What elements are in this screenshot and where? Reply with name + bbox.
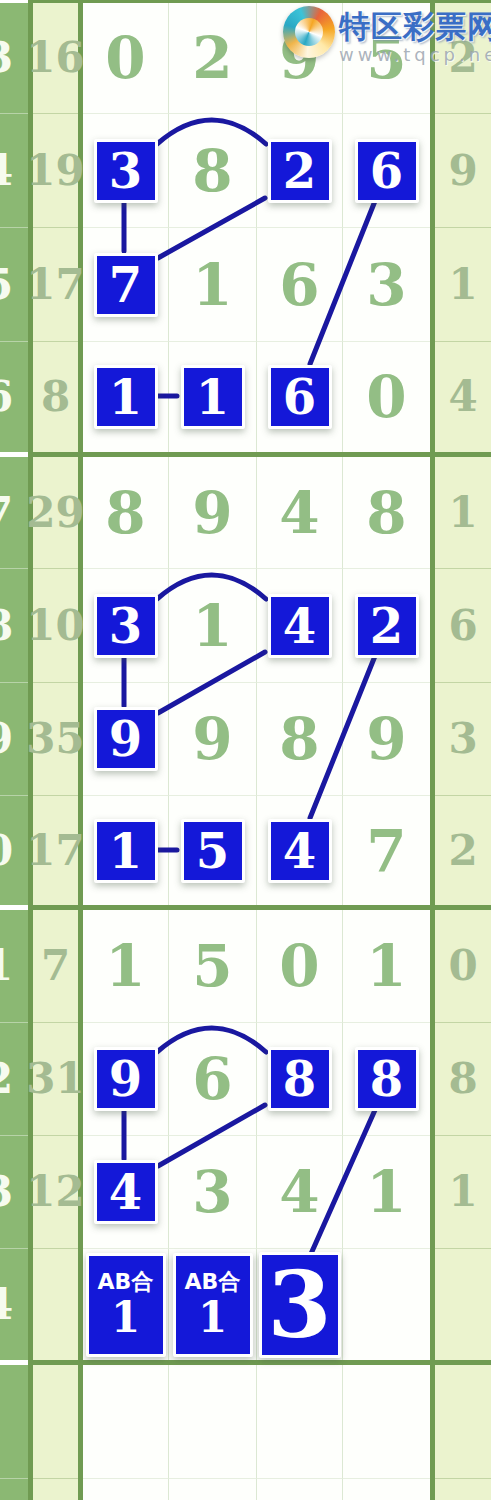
number-cell: 6 bbox=[256, 341, 342, 452]
site-url: www.tqcp.net bbox=[339, 44, 491, 65]
ab-sum-cell: AB合 1 bbox=[83, 1248, 168, 1360]
issue-cell: 3 bbox=[0, 3, 28, 113]
issue-cell: 8 bbox=[0, 568, 28, 682]
highlight-box: 1 bbox=[94, 819, 158, 883]
number-cell: 2 bbox=[256, 113, 342, 227]
number-cell: 6 bbox=[256, 227, 342, 341]
highlight-box: 9 bbox=[94, 1047, 158, 1111]
number-cell: 3 bbox=[342, 227, 430, 341]
ab-sum-cell: AB合 1 bbox=[168, 1248, 256, 1360]
stat-cell: 1 bbox=[435, 1135, 491, 1248]
issue-cell: 4 bbox=[0, 1248, 28, 1360]
ab-sum-box: AB合 1 bbox=[86, 1253, 166, 1357]
number-cell bbox=[342, 1248, 430, 1360]
number-cell: 8 bbox=[256, 682, 342, 795]
number-cell: 1 bbox=[168, 341, 256, 452]
highlight-box: 3 bbox=[259, 1252, 341, 1358]
number-cell: 9 bbox=[342, 682, 430, 795]
issue-cell: 6 bbox=[0, 341, 28, 452]
omission-cell: 17 bbox=[33, 795, 78, 905]
highlight-box: 4 bbox=[94, 1160, 158, 1224]
issue-fragment: 3 bbox=[0, 37, 13, 79]
number-cell bbox=[83, 1365, 168, 1478]
lottery-trend-chart: 3 16 0 2 9 5 2 4 19 3 8 2 6 9 5 17 7 1 6… bbox=[0, 0, 491, 1500]
highlight-box: 3 bbox=[94, 139, 158, 203]
number-cell: 6 bbox=[342, 113, 430, 227]
number-cell: 0 bbox=[256, 910, 342, 1022]
number-cell: 1 bbox=[83, 910, 168, 1022]
number-cell: 1 bbox=[342, 1135, 430, 1248]
swirl-logo-icon bbox=[283, 6, 335, 58]
number-cell: 9 bbox=[168, 457, 256, 568]
stat-cell: 6 bbox=[435, 568, 491, 682]
number-cell bbox=[256, 1365, 342, 1478]
number-cell: 1 bbox=[83, 795, 168, 905]
number-cell: 8 bbox=[342, 457, 430, 568]
omission-cell bbox=[33, 1248, 78, 1360]
highlight-box: 8 bbox=[355, 1047, 419, 1111]
highlight-box: 6 bbox=[355, 139, 419, 203]
number-cell bbox=[342, 1365, 430, 1478]
number-cell: 6 bbox=[168, 1022, 256, 1135]
number-cell: 3 bbox=[168, 1135, 256, 1248]
number-cell: 9 bbox=[83, 682, 168, 795]
stat-cell: 2 bbox=[435, 795, 491, 905]
number-cell: 4 bbox=[256, 1135, 342, 1248]
highlight-box: 6 bbox=[268, 365, 332, 429]
omission-cell: 29 bbox=[33, 457, 78, 568]
omission-cell: 19 bbox=[33, 113, 78, 227]
issue-cell: 1 bbox=[0, 910, 28, 1022]
number-cell: 3 bbox=[83, 568, 168, 682]
issue-cell: 5 bbox=[0, 227, 28, 341]
stat-cell: 8 bbox=[435, 1022, 491, 1135]
highlight-box: 7 bbox=[94, 253, 158, 317]
number-cell bbox=[342, 1478, 430, 1500]
number-cell: 7 bbox=[342, 795, 430, 905]
number-cell: 7 bbox=[83, 227, 168, 341]
omission-cell bbox=[33, 1478, 78, 1500]
number-cell: 4 bbox=[256, 568, 342, 682]
issue-cell: 3 bbox=[0, 1135, 28, 1248]
number-cell: 8 bbox=[168, 113, 256, 227]
number-cell bbox=[168, 1478, 256, 1500]
highlight-box: 8 bbox=[268, 1047, 332, 1111]
omission-cell: 31 bbox=[33, 1022, 78, 1135]
stat-cell: 4 bbox=[435, 341, 491, 452]
number-cell: 1 bbox=[342, 910, 430, 1022]
number-cell bbox=[256, 1478, 342, 1500]
highlight-box: 4 bbox=[268, 819, 332, 883]
number-cell: 5 bbox=[168, 795, 256, 905]
stat-cell: 0 bbox=[435, 910, 491, 1022]
number-cell bbox=[168, 1365, 256, 1478]
highlight-box: 9 bbox=[94, 707, 158, 771]
number-cell: 0 bbox=[342, 341, 430, 452]
number-cell: 4 bbox=[256, 457, 342, 568]
omission-cell: 35 bbox=[33, 682, 78, 795]
issue-cell: 7 bbox=[0, 457, 28, 568]
number-cell: 2 bbox=[168, 3, 256, 113]
highlight-box: 3 bbox=[94, 594, 158, 658]
omission-cell: 17 bbox=[33, 227, 78, 341]
issue-cell: 0 bbox=[0, 795, 28, 905]
highlight-box: 5 bbox=[181, 819, 245, 883]
stat-cell: 3 bbox=[435, 682, 491, 795]
highlight-box: 2 bbox=[268, 139, 332, 203]
highlight-box: 4 bbox=[268, 594, 332, 658]
omission-cell: 12 bbox=[33, 1135, 78, 1248]
issue-cell bbox=[0, 1365, 28, 1478]
number-cell: 0 bbox=[83, 3, 168, 113]
highlight-box: 1 bbox=[94, 365, 158, 429]
stat-cell bbox=[435, 1365, 491, 1478]
number-cell: 2 bbox=[342, 568, 430, 682]
issue-cell: 2 bbox=[0, 1022, 28, 1135]
site-logo[interactable]: 特区彩票网 www.tqcp.net bbox=[283, 6, 491, 65]
omission-cell: 7 bbox=[33, 910, 78, 1022]
number-cell: 4 bbox=[256, 795, 342, 905]
number-cell: 5 bbox=[168, 910, 256, 1022]
omission-cell: 10 bbox=[33, 568, 78, 682]
stat-cell: 9 bbox=[435, 113, 491, 227]
number-cell: 1 bbox=[83, 341, 168, 452]
highlight-box: 2 bbox=[355, 594, 419, 658]
site-name: 特区彩票网 bbox=[339, 10, 491, 43]
highlight-box: 1 bbox=[181, 365, 245, 429]
issue-cell bbox=[0, 1478, 28, 1500]
number-cell: 9 bbox=[83, 1022, 168, 1135]
number-cell: 8 bbox=[83, 457, 168, 568]
issue-cell: 9 bbox=[0, 682, 28, 795]
stat-cell: 1 bbox=[435, 457, 491, 568]
ab-sum-box: AB合 1 bbox=[173, 1253, 253, 1357]
number-cell: 3 bbox=[256, 1248, 342, 1360]
number-cell: 1 bbox=[168, 568, 256, 682]
omission-cell: 16 bbox=[33, 3, 78, 113]
stat-cell bbox=[435, 1248, 491, 1360]
number-cell: 3 bbox=[83, 113, 168, 227]
stat-cell: 1 bbox=[435, 227, 491, 341]
number-cell bbox=[83, 1478, 168, 1500]
omission-cell bbox=[33, 1365, 78, 1478]
number-cell: 8 bbox=[342, 1022, 430, 1135]
stat-cell bbox=[435, 1478, 491, 1500]
number-cell: 9 bbox=[168, 682, 256, 795]
number-cell: 4 bbox=[83, 1135, 168, 1248]
number-cell: 8 bbox=[256, 1022, 342, 1135]
omission-cell: 8 bbox=[33, 341, 78, 452]
number-cell: 1 bbox=[168, 227, 256, 341]
issue-cell: 4 bbox=[0, 113, 28, 227]
